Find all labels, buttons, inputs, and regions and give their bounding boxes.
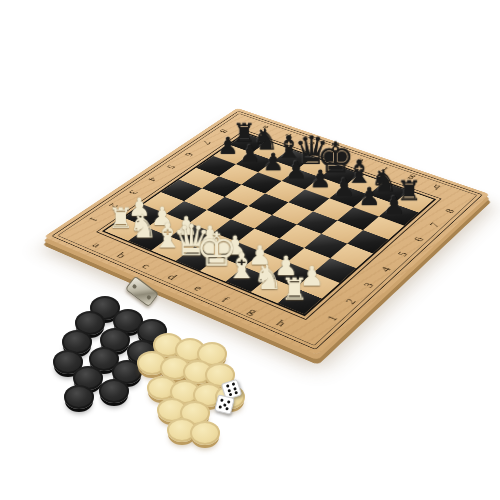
checker-disc-light: [190, 421, 220, 445]
piece-black-pawn-f7: ♟: [333, 176, 355, 201]
die-pip: [228, 393, 232, 397]
die-pip: [225, 407, 229, 411]
coordinate-label-5: 5: [382, 244, 421, 264]
die-showing-5: [214, 394, 235, 415]
coordinate-label-4: 4: [365, 259, 404, 280]
square-g5: [321, 220, 363, 243]
coordinate-label-3: 3: [348, 274, 388, 296]
square-h7: ♟: [378, 203, 419, 225]
die-pip: [223, 403, 227, 407]
piece-black-pawn-e7: ♟: [309, 167, 331, 191]
coordinate-label-7: 7: [415, 215, 452, 234]
piece-black-pawn-d7: ♟: [285, 159, 307, 183]
piece-black-pawn-g7: ♟: [358, 184, 380, 209]
coordinate-label-6: 6: [399, 229, 437, 249]
piece-black-pawn-h7: ♟: [383, 193, 406, 218]
die-pip: [234, 391, 238, 395]
square-h6: [363, 216, 404, 239]
checker-disc-black: [99, 379, 129, 403]
piece-white-rook-h1: ♜: [280, 275, 308, 306]
piece-black-pawn-b7: ♟: [239, 142, 260, 166]
coordinate-label-8: 8: [430, 202, 467, 220]
die-pip: [218, 405, 222, 409]
die-pip: [227, 400, 231, 404]
piece-black-pawn-c7: ♟: [262, 150, 283, 174]
checker-disc-black: [64, 385, 94, 409]
piece-white-knight-g1: ♞: [253, 261, 283, 295]
die-pip: [220, 398, 224, 402]
product-photo-scene: abcdefgh abcdefgh 12345678 12345678 ♜♞♝♛…: [0, 0, 500, 500]
